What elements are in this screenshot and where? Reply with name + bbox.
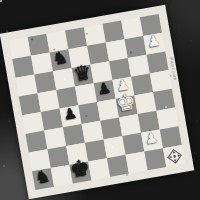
piece-black-knight[interactable]: ♞: [34, 167, 52, 186]
piece-black-pawn[interactable]: ♟: [96, 80, 112, 97]
piece-black-king[interactable]: ♚: [68, 156, 91, 181]
chessboard-photo: ♞♟♛♟♟♟♚♟♞♚ Фиеснив: [0, 0, 200, 200]
piece-black-pawn[interactable]: ♟: [62, 106, 78, 123]
piece-black-queen[interactable]: ♛: [72, 61, 93, 84]
chess-board[interactable]: ♞♟♛♟♟♟♚♟♞♚: [9, 14, 185, 190]
square-c1[interactable]: ♚: [69, 161, 91, 183]
piece-white-pawn[interactable]: ♟: [146, 33, 162, 50]
piece-white-pawn[interactable]: ♟: [144, 130, 160, 147]
photo-dust: [0, 0, 2, 2]
piece-white-king[interactable]: ♚: [114, 90, 137, 115]
square-d6[interactable]: ♛: [72, 65, 94, 87]
board-frame: ♞♟♛♟♟♟♚♟♞♚ Фиеснив: [0, 5, 194, 200]
piece-black-knight[interactable]: ♞: [51, 49, 69, 68]
compass-rose-stamp-icon: [164, 146, 184, 166]
